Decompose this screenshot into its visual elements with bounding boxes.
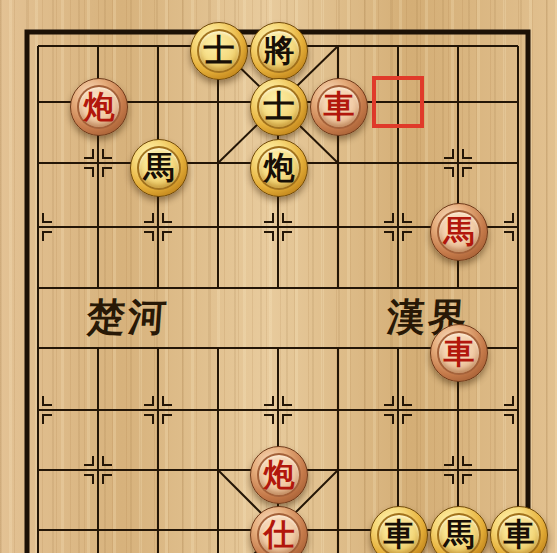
piece-red-chariot[interactable]: 車 xyxy=(430,324,488,382)
piece-black-horse[interactable]: 馬 xyxy=(130,139,188,197)
piece-red-advisor[interactable]: 仕 xyxy=(250,506,308,553)
piece-black-chariot[interactable]: 車 xyxy=(490,506,548,553)
piece-character: 車 xyxy=(504,519,535,550)
piece-black-horse[interactable]: 馬 xyxy=(430,506,488,553)
piece-character: 士 xyxy=(204,35,235,66)
piece-character: 炮 xyxy=(84,91,115,122)
piece-character: 馬 xyxy=(444,216,475,247)
piece-face: 士 xyxy=(197,29,241,73)
piece-face: 炮 xyxy=(257,146,301,190)
piece-face: 車 xyxy=(437,331,481,375)
piece-face: 炮 xyxy=(257,453,301,497)
piece-face: 炮 xyxy=(77,85,121,129)
piece-face: 車 xyxy=(377,513,421,553)
piece-face: 將 xyxy=(257,29,301,73)
piece-character: 仕 xyxy=(264,519,295,550)
piece-character: 車 xyxy=(324,91,355,122)
piece-black-advisor[interactable]: 士 xyxy=(190,22,248,80)
piece-black-general[interactable]: 將 xyxy=(250,22,308,80)
piece-face: 士 xyxy=(257,85,301,129)
piece-face: 車 xyxy=(497,513,541,553)
piece-character: 炮 xyxy=(264,459,295,490)
xiangqi-board-stage: 楚河 漢界 士將炮士車馬炮馬車炮仕車馬車 xyxy=(0,0,557,553)
piece-character: 車 xyxy=(384,519,415,550)
piece-face: 車 xyxy=(317,85,361,129)
piece-character: 將 xyxy=(264,35,295,66)
piece-character: 馬 xyxy=(444,519,475,550)
piece-red-horse[interactable]: 馬 xyxy=(430,203,488,261)
piece-red-chariot[interactable]: 車 xyxy=(310,78,368,136)
piece-character: 炮 xyxy=(264,152,295,183)
piece-character: 馬 xyxy=(144,152,175,183)
piece-black-advisor[interactable]: 士 xyxy=(250,78,308,136)
piece-character: 士 xyxy=(264,91,295,122)
piece-black-chariot[interactable]: 車 xyxy=(370,506,428,553)
piece-face: 馬 xyxy=(437,513,481,553)
piece-black-cannon[interactable]: 炮 xyxy=(250,139,308,197)
piece-red-cannon[interactable]: 炮 xyxy=(250,446,308,504)
piece-character: 車 xyxy=(444,337,475,368)
piece-face: 馬 xyxy=(137,146,181,190)
piece-face: 馬 xyxy=(437,210,481,254)
piece-face: 仕 xyxy=(257,513,301,553)
piece-red-cannon[interactable]: 炮 xyxy=(70,78,128,136)
board[interactable]: 士將炮士車馬炮馬車炮仕車馬車 xyxy=(0,0,557,553)
